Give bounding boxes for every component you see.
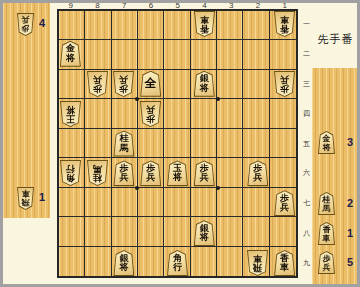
square-4d[interactable] — [191, 99, 217, 128]
square-8h[interactable] — [85, 217, 111, 246]
piece-9b-sente[interactable]: 金将 — [60, 41, 81, 67]
square-4i[interactable] — [191, 247, 217, 276]
rank-label-9: 九 — [301, 259, 312, 267]
piece-4f-sente[interactable]: 歩兵 — [194, 160, 215, 186]
square-6e[interactable] — [138, 129, 164, 158]
piece-2f-sente[interactable]: 歩兵 — [247, 160, 268, 186]
square-8e[interactable] — [85, 129, 111, 158]
square-3c[interactable] — [217, 70, 243, 99]
gote-hand-飛車[interactable]: 飛車 — [17, 187, 34, 210]
gote-hand-count-歩兵: 4 — [39, 17, 45, 29]
piece-4h-sente[interactable]: 銀将 — [194, 220, 215, 246]
file-label-9: 9 — [68, 2, 72, 10]
square-2c[interactable] — [243, 70, 269, 99]
rank-label-4: 四 — [301, 110, 312, 118]
gote-hand-count-飛車: 1 — [39, 191, 45, 203]
square-8d[interactable] — [85, 99, 111, 128]
file-label-6: 6 — [149, 2, 153, 10]
file-label-7: 7 — [122, 2, 126, 10]
square-8b[interactable] — [85, 40, 111, 69]
square-3i[interactable] — [217, 247, 243, 276]
square-5h[interactable] — [164, 217, 190, 246]
rank-label-2: 二 — [301, 50, 312, 58]
rank-label-6: 六 — [301, 169, 312, 177]
square-2h[interactable] — [243, 217, 269, 246]
square-2b[interactable] — [243, 40, 269, 69]
square-6i[interactable] — [138, 247, 164, 276]
piece-1a-gote[interactable]: 香車 — [274, 11, 295, 37]
piece-5f-sente[interactable]: 玉将 — [167, 160, 188, 186]
shogi-app: 先手番 987654321一二三四五六七八九香車香車金将歩兵歩兵全銀将歩兵王将歩… — [0, 0, 360, 287]
square-9e[interactable] — [59, 129, 85, 158]
sente-hand-count-桂馬: 2 — [347, 197, 353, 209]
piece-2i-gote[interactable]: 飛車 — [247, 250, 268, 276]
square-3g[interactable] — [217, 188, 243, 217]
square-9i[interactable] — [59, 247, 85, 276]
square-2e[interactable] — [243, 129, 269, 158]
sente-hand-桂馬[interactable]: 桂馬 — [318, 192, 335, 215]
square-3f[interactable] — [217, 158, 243, 187]
square-1b[interactable] — [270, 40, 296, 69]
square-5g[interactable] — [164, 188, 190, 217]
piece-7c-gote[interactable]: 歩兵 — [113, 71, 134, 97]
board-grid — [59, 11, 296, 276]
square-7a[interactable] — [112, 11, 138, 40]
square-2g[interactable] — [243, 188, 269, 217]
square-5e[interactable] — [164, 129, 190, 158]
square-6b[interactable] — [138, 40, 164, 69]
file-label-2: 2 — [256, 2, 260, 10]
sente-hand-count-香車: 1 — [347, 227, 353, 239]
square-7g[interactable] — [112, 188, 138, 217]
piece-4a-gote[interactable]: 香車 — [194, 11, 215, 37]
piece-7i-sente[interactable]: 銀将 — [113, 250, 134, 276]
square-8g[interactable] — [85, 188, 111, 217]
hoshi-dot — [216, 97, 220, 101]
square-3e[interactable] — [217, 129, 243, 158]
file-label-1: 1 — [283, 2, 287, 10]
square-5a[interactable] — [164, 11, 190, 40]
square-2d[interactable] — [243, 99, 269, 128]
square-6h[interactable] — [138, 217, 164, 246]
gote-hand-歩兵[interactable]: 歩兵 — [17, 13, 34, 36]
square-6g[interactable] — [138, 188, 164, 217]
square-7d[interactable] — [112, 99, 138, 128]
sente-hand-count-歩兵: 5 — [347, 256, 353, 268]
square-4e[interactable] — [191, 129, 217, 158]
square-9a[interactable] — [59, 11, 85, 40]
piece-9d-gote[interactable]: 王将 — [60, 101, 81, 127]
square-1f[interactable] — [270, 158, 296, 187]
rank-label-7: 七 — [301, 199, 312, 207]
square-9c[interactable] — [59, 70, 85, 99]
piece-7e-sente[interactable]: 桂馬 — [113, 131, 134, 157]
square-5b[interactable] — [164, 40, 190, 69]
turn-indicator: 先手番 — [314, 32, 357, 47]
piece-6c-sente[interactable]: 全 — [140, 71, 161, 97]
shogi-board — [57, 9, 298, 278]
file-label-4: 4 — [202, 2, 206, 10]
square-9g[interactable] — [59, 188, 85, 217]
square-3b[interactable] — [217, 40, 243, 69]
sente-hand-金将[interactable]: 金将 — [318, 131, 335, 154]
square-4g[interactable] — [191, 188, 217, 217]
piece-7f-sente[interactable]: 歩兵 — [113, 160, 134, 186]
piece-1g-sente[interactable]: 歩兵 — [274, 190, 295, 216]
piece-1c-gote[interactable]: 歩兵 — [274, 71, 295, 97]
piece-8c-gote[interactable]: 歩兵 — [87, 71, 108, 97]
square-1h[interactable] — [270, 217, 296, 246]
square-1d[interactable] — [270, 99, 296, 128]
square-3d[interactable] — [217, 99, 243, 128]
square-8a[interactable] — [85, 11, 111, 40]
square-9h[interactable] — [59, 217, 85, 246]
piece-5i-sente[interactable]: 角行 — [167, 250, 188, 276]
sente-hand-香車[interactable]: 香車 — [318, 222, 335, 245]
square-5c[interactable] — [164, 70, 190, 99]
piece-1i-sente[interactable]: 香車 — [274, 250, 295, 276]
square-3h[interactable] — [217, 217, 243, 246]
square-8i[interactable] — [85, 247, 111, 276]
square-5d[interactable] — [164, 99, 190, 128]
piece-6d-gote[interactable]: 歩兵 — [140, 101, 161, 127]
rank-label-5: 五 — [301, 140, 312, 148]
sente-hand-歩兵[interactable]: 歩兵 — [318, 251, 335, 274]
sente-captured-tray — [312, 68, 357, 284]
file-label-5: 5 — [176, 2, 180, 10]
rank-label-3: 三 — [301, 80, 312, 88]
square-7h[interactable] — [112, 217, 138, 246]
square-4b[interactable] — [191, 40, 217, 69]
square-2a[interactable] — [243, 11, 269, 40]
square-3a[interactable] — [217, 11, 243, 40]
rank-label-8: 八 — [301, 229, 312, 237]
square-7b[interactable] — [112, 40, 138, 69]
sente-hand-count-金将: 3 — [347, 136, 353, 148]
file-label-8: 8 — [95, 2, 99, 10]
piece-4c-sente[interactable]: 銀将 — [194, 71, 215, 97]
file-label-3: 3 — [229, 2, 233, 10]
piece-6f-sente[interactable]: 歩兵 — [140, 160, 161, 186]
square-6a[interactable] — [138, 11, 164, 40]
rank-label-1: 一 — [301, 20, 312, 28]
square-1e[interactable] — [270, 129, 296, 158]
